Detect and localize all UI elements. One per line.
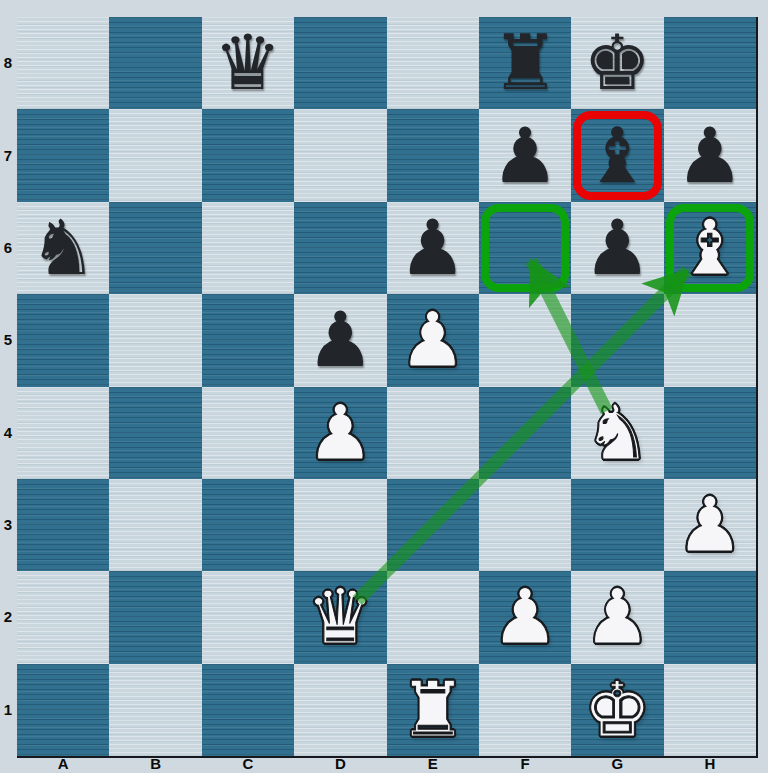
square-a3[interactable] bbox=[17, 479, 109, 571]
square-f5[interactable] bbox=[479, 294, 571, 386]
square-a1[interactable] bbox=[17, 664, 109, 756]
file-label-e: E bbox=[422, 756, 444, 772]
piece-white-rook-e1[interactable]: ♜ bbox=[399, 672, 467, 748]
piece-black-pawn-h7[interactable]: ♟ bbox=[676, 118, 744, 194]
square-c8[interactable]: ♛ bbox=[202, 17, 294, 109]
square-c4[interactable] bbox=[202, 387, 294, 479]
rank-label-5: 5 bbox=[0, 331, 16, 349]
piece-white-pawn-e5[interactable]: ♟ bbox=[399, 302, 467, 378]
rank-label-7: 7 bbox=[0, 147, 16, 165]
piece-black-knight-a6[interactable]: ♞ bbox=[29, 210, 97, 286]
square-a6[interactable]: ♞ bbox=[17, 202, 109, 294]
rank-label-6: 6 bbox=[0, 239, 16, 257]
piece-black-pawn-g6[interactable]: ♟ bbox=[583, 210, 651, 286]
piece-black-pawn-f7[interactable]: ♟ bbox=[491, 118, 559, 194]
rank-label-3: 3 bbox=[0, 516, 16, 534]
square-g1[interactable]: ♚ bbox=[571, 664, 663, 756]
square-f6-highlight-green[interactable] bbox=[479, 202, 571, 294]
square-g3[interactable] bbox=[571, 479, 663, 571]
chess-board: ♛♜♚♟♝♟♞♟♟♝♟♟♟♞♟♛♟♟♜♚ bbox=[17, 17, 758, 758]
square-e2[interactable] bbox=[387, 571, 479, 663]
square-b8[interactable] bbox=[109, 17, 201, 109]
square-d4[interactable]: ♟ bbox=[294, 387, 386, 479]
square-b7[interactable] bbox=[109, 109, 201, 201]
square-b2[interactable] bbox=[109, 571, 201, 663]
file-label-g: G bbox=[606, 756, 628, 772]
square-b5[interactable] bbox=[109, 294, 201, 386]
square-d6[interactable] bbox=[294, 202, 386, 294]
square-e4[interactable] bbox=[387, 387, 479, 479]
rank-label-4: 4 bbox=[0, 424, 16, 442]
square-c5[interactable] bbox=[202, 294, 294, 386]
piece-white-queen-d2[interactable]: ♛ bbox=[306, 579, 374, 655]
square-g6[interactable]: ♟ bbox=[571, 202, 663, 294]
square-h7[interactable]: ♟ bbox=[664, 109, 756, 201]
square-b4[interactable] bbox=[109, 387, 201, 479]
piece-white-pawn-g2[interactable]: ♟ bbox=[583, 579, 651, 655]
square-a4[interactable] bbox=[17, 387, 109, 479]
file-label-f: F bbox=[514, 756, 536, 772]
square-d7[interactable] bbox=[294, 109, 386, 201]
piece-black-queen-c8[interactable]: ♛ bbox=[214, 25, 282, 101]
square-f1[interactable] bbox=[479, 664, 571, 756]
square-g7-highlight-red[interactable]: ♝ bbox=[571, 109, 663, 201]
square-g4[interactable]: ♞ bbox=[571, 387, 663, 479]
piece-white-bishop-h6[interactable]: ♝ bbox=[676, 210, 744, 286]
file-label-h: H bbox=[699, 756, 721, 772]
square-f2[interactable]: ♟ bbox=[479, 571, 571, 663]
square-g8[interactable]: ♚ bbox=[571, 17, 663, 109]
square-c3[interactable] bbox=[202, 479, 294, 571]
piece-white-pawn-h3[interactable]: ♟ bbox=[676, 487, 744, 563]
square-a7[interactable] bbox=[17, 109, 109, 201]
piece-white-pawn-f2[interactable]: ♟ bbox=[491, 579, 559, 655]
file-label-d: D bbox=[329, 756, 351, 772]
square-a5[interactable] bbox=[17, 294, 109, 386]
square-h4[interactable] bbox=[664, 387, 756, 479]
square-d1[interactable] bbox=[294, 664, 386, 756]
square-c2[interactable] bbox=[202, 571, 294, 663]
piece-white-king-g1[interactable]: ♚ bbox=[583, 672, 651, 748]
square-c1[interactable] bbox=[202, 664, 294, 756]
file-label-b: B bbox=[145, 756, 167, 772]
piece-white-knight-g4[interactable]: ♞ bbox=[583, 395, 651, 471]
file-label-c: C bbox=[237, 756, 259, 772]
piece-black-king-g8[interactable]: ♚ bbox=[583, 25, 651, 101]
square-d3[interactable] bbox=[294, 479, 386, 571]
piece-black-pawn-e6[interactable]: ♟ bbox=[399, 210, 467, 286]
rank-label-1: 1 bbox=[0, 701, 16, 719]
piece-black-bishop-g7[interactable]: ♝ bbox=[583, 118, 651, 194]
rank-label-8: 8 bbox=[0, 54, 16, 72]
square-e3[interactable] bbox=[387, 479, 479, 571]
square-c6[interactable] bbox=[202, 202, 294, 294]
square-h6-highlight-green[interactable]: ♝ bbox=[664, 202, 756, 294]
rank-label-2: 2 bbox=[0, 608, 16, 626]
piece-white-pawn-d4[interactable]: ♟ bbox=[306, 395, 374, 471]
square-d8[interactable] bbox=[294, 17, 386, 109]
file-label-a: A bbox=[52, 756, 74, 772]
square-g5[interactable] bbox=[571, 294, 663, 386]
square-d5[interactable]: ♟ bbox=[294, 294, 386, 386]
square-b1[interactable] bbox=[109, 664, 201, 756]
square-c7[interactable] bbox=[202, 109, 294, 201]
square-h5[interactable] bbox=[664, 294, 756, 386]
square-b3[interactable] bbox=[109, 479, 201, 571]
square-f8[interactable]: ♜ bbox=[479, 17, 571, 109]
piece-black-rook-f8[interactable]: ♜ bbox=[491, 25, 559, 101]
square-b6[interactable] bbox=[109, 202, 201, 294]
square-e1[interactable]: ♜ bbox=[387, 664, 479, 756]
square-e5[interactable]: ♟ bbox=[387, 294, 479, 386]
square-h2[interactable] bbox=[664, 571, 756, 663]
square-e6[interactable]: ♟ bbox=[387, 202, 479, 294]
piece-black-pawn-d5[interactable]: ♟ bbox=[306, 302, 374, 378]
square-g2[interactable]: ♟ bbox=[571, 571, 663, 663]
square-f3[interactable] bbox=[479, 479, 571, 571]
chess-app: ♛♜♚♟♝♟♞♟♟♝♟♟♟♞♟♛♟♟♜♚ 12345678 ABCDEFGH bbox=[0, 0, 768, 773]
square-h8[interactable] bbox=[664, 17, 756, 109]
square-d2[interactable]: ♛ bbox=[294, 571, 386, 663]
square-e8[interactable] bbox=[387, 17, 479, 109]
square-f7[interactable]: ♟ bbox=[479, 109, 571, 201]
square-a2[interactable] bbox=[17, 571, 109, 663]
square-h3[interactable]: ♟ bbox=[664, 479, 756, 571]
square-f4[interactable] bbox=[479, 387, 571, 479]
square-h1[interactable] bbox=[664, 664, 756, 756]
square-a8[interactable] bbox=[17, 17, 109, 109]
square-e7[interactable] bbox=[387, 109, 479, 201]
